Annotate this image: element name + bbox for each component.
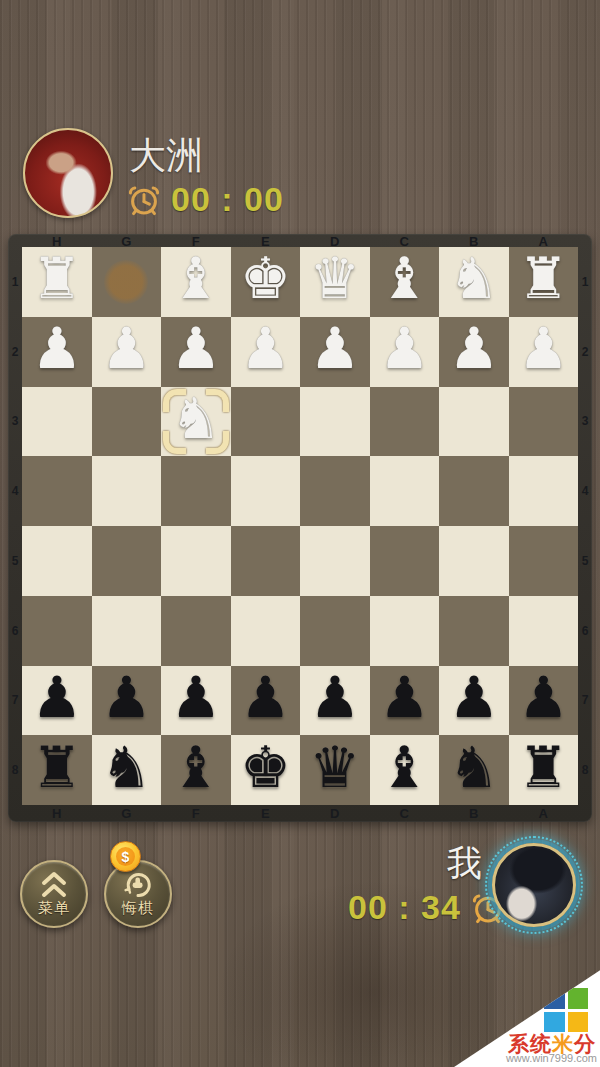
- square-c1[interactable]: ♝: [370, 247, 440, 317]
- black-queen-d8: ♛: [309, 739, 360, 796]
- square-d4[interactable]: [300, 456, 370, 526]
- square-f5[interactable]: [161, 526, 231, 596]
- black-knight-g8: ♞: [101, 739, 152, 796]
- square-d3[interactable]: [300, 387, 370, 457]
- square-f6[interactable]: [161, 596, 231, 666]
- coord-label: 1: [8, 247, 22, 317]
- dollar-icon: $: [116, 847, 135, 866]
- coord-label: 6: [578, 596, 592, 666]
- coord-label: 5: [578, 526, 592, 596]
- square-b4[interactable]: [439, 456, 509, 526]
- square-h8[interactable]: ♜: [22, 735, 92, 805]
- black-pawn-d7: ♟: [309, 669, 360, 726]
- undo-hand-icon: [122, 869, 154, 901]
- white-rook-a1: ♜: [518, 250, 569, 307]
- square-a8[interactable]: ♜: [509, 735, 579, 805]
- square-g5[interactable]: [92, 526, 162, 596]
- coord-label: G: [92, 805, 162, 822]
- square-b7[interactable]: ♟: [439, 666, 509, 736]
- square-c3[interactable]: [370, 387, 440, 457]
- file-labels-bottom: HGFEDCBA: [22, 805, 578, 822]
- square-g3[interactable]: [92, 387, 162, 457]
- square-e5[interactable]: [231, 526, 301, 596]
- coord-label: F: [161, 805, 231, 822]
- coord-label: 2: [8, 317, 22, 387]
- square-h6[interactable]: [22, 596, 92, 666]
- game-screen: 大洲 00 : 00 HGFEDCBA HGFEDCBA 12345678 12…: [0, 0, 600, 1067]
- self-name: 我: [447, 840, 482, 887]
- white-pawn-a2: ♟: [518, 320, 569, 377]
- square-b8[interactable]: ♞: [439, 735, 509, 805]
- coord-label: 3: [8, 387, 22, 457]
- square-e1[interactable]: ♚: [231, 247, 301, 317]
- opponent-clock: 00 : 00: [125, 180, 284, 219]
- square-e4[interactable]: [231, 456, 301, 526]
- square-a5[interactable]: [509, 526, 579, 596]
- self-clock: 00 : 34: [348, 888, 507, 927]
- coord-label: 5: [8, 526, 22, 596]
- coord-label: E: [231, 805, 301, 822]
- square-b5[interactable]: [439, 526, 509, 596]
- white-knight-b1: ♞: [448, 250, 499, 307]
- white-pawn-g2: ♟: [101, 320, 152, 377]
- square-d5[interactable]: [300, 526, 370, 596]
- black-pawn-e7: ♟: [240, 669, 291, 726]
- square-a6[interactable]: [509, 596, 579, 666]
- file-labels-top: HGFEDCBA: [22, 234, 578, 247]
- black-pawn-a7: ♟: [518, 669, 569, 726]
- watermark-url: www.win7999.com: [506, 1052, 597, 1064]
- square-g8[interactable]: ♞: [92, 735, 162, 805]
- square-c4[interactable]: [370, 456, 440, 526]
- white-bishop-c1: ♝: [379, 250, 430, 307]
- square-b3[interactable]: [439, 387, 509, 457]
- coord-label: C: [370, 805, 440, 822]
- selection-corners: [163, 389, 229, 455]
- coord-label: 3: [578, 387, 592, 457]
- square-c5[interactable]: [370, 526, 440, 596]
- square-c2[interactable]: ♟: [370, 317, 440, 387]
- chess-board: HGFEDCBA HGFEDCBA 12345678 12345678 ♜♝♚♛…: [8, 234, 592, 822]
- white-queen-d1: ♛: [309, 250, 360, 307]
- square-c7[interactable]: ♟: [370, 666, 440, 736]
- square-h1[interactable]: ♜: [22, 247, 92, 317]
- board-grid: ♜♝♚♛♝♞♜♟♟♟♟♟♟♟♟♞♟♟♟♟♟♟♟♟♜♞♝♚♛♝♞♜: [22, 247, 578, 805]
- rank-labels-right: 12345678: [578, 247, 592, 805]
- opponent-avatar[interactable]: [23, 128, 113, 218]
- white-pawn-e2: ♟: [240, 320, 291, 377]
- self-time: 00 : 34: [348, 888, 461, 927]
- white-king-e1: ♚: [240, 250, 291, 307]
- white-pawn-f2: ♟: [170, 320, 221, 377]
- square-g1[interactable]: [92, 247, 162, 317]
- white-rook-h1: ♜: [31, 250, 82, 307]
- coord-label: 4: [8, 456, 22, 526]
- black-rook-a8: ♜: [518, 739, 569, 796]
- windows-logo-icon: [544, 988, 588, 1032]
- black-rook-h8: ♜: [31, 739, 82, 796]
- black-pawn-f7: ♟: [170, 669, 221, 726]
- square-h4[interactable]: [22, 456, 92, 526]
- double-chevron-up-icon: [37, 869, 71, 901]
- square-c6[interactable]: [370, 596, 440, 666]
- black-pawn-g7: ♟: [101, 669, 152, 726]
- square-h3[interactable]: [22, 387, 92, 457]
- coord-label: 8: [578, 735, 592, 805]
- square-e3[interactable]: [231, 387, 301, 457]
- square-c8[interactable]: ♝: [370, 735, 440, 805]
- white-knight-f3: ♞: [170, 390, 221, 447]
- black-pawn-c7: ♟: [379, 669, 430, 726]
- square-d2[interactable]: ♟: [300, 317, 370, 387]
- square-d7[interactable]: ♟: [300, 666, 370, 736]
- black-pawn-h7: ♟: [31, 669, 82, 726]
- square-h2[interactable]: ♟: [22, 317, 92, 387]
- opponent-time: 00 : 00: [171, 180, 284, 219]
- square-h5[interactable]: [22, 526, 92, 596]
- square-f1[interactable]: ♝: [161, 247, 231, 317]
- white-pawn-d2: ♟: [309, 320, 360, 377]
- self-avatar[interactable]: [492, 843, 576, 927]
- white-pawn-c2: ♟: [379, 320, 430, 377]
- coord-label: D: [300, 805, 370, 822]
- undo-button-label: 悔棋: [122, 899, 154, 918]
- white-pawn-h2: ♟: [31, 320, 82, 377]
- square-e6[interactable]: [231, 596, 301, 666]
- square-d8[interactable]: ♛: [300, 735, 370, 805]
- square-d6[interactable]: [300, 596, 370, 666]
- menu-button-label: 菜单: [38, 899, 70, 918]
- black-bishop-c8: ♝: [379, 739, 430, 796]
- black-pawn-b7: ♟: [448, 669, 499, 726]
- square-e7[interactable]: ♟: [231, 666, 301, 736]
- coord-label: 7: [578, 666, 592, 736]
- square-f4[interactable]: [161, 456, 231, 526]
- square-b6[interactable]: [439, 596, 509, 666]
- square-a2[interactable]: ♟: [509, 317, 579, 387]
- square-a7[interactable]: ♟: [509, 666, 579, 736]
- opponent-name: 大洲: [129, 131, 203, 181]
- coord-label: A: [509, 805, 579, 822]
- coord-label: H: [22, 805, 92, 822]
- alarm-clock-icon: [125, 181, 163, 219]
- black-bishop-f8: ♝: [170, 739, 221, 796]
- coin-badge: $: [110, 841, 141, 872]
- square-a3[interactable]: [509, 387, 579, 457]
- black-king-e8: ♚: [240, 739, 291, 796]
- coord-label: 4: [578, 456, 592, 526]
- square-f8[interactable]: ♝: [161, 735, 231, 805]
- coord-label: 2: [578, 317, 592, 387]
- black-knight-b8: ♞: [448, 739, 499, 796]
- square-f2[interactable]: ♟: [161, 317, 231, 387]
- white-pawn-b2: ♟: [448, 320, 499, 377]
- coord-label: 1: [578, 247, 592, 317]
- rank-labels-left: 12345678: [8, 247, 22, 805]
- square-a4[interactable]: [509, 456, 579, 526]
- square-a1[interactable]: ♜: [509, 247, 579, 317]
- square-d1[interactable]: ♛: [300, 247, 370, 317]
- square-e8[interactable]: ♚: [231, 735, 301, 805]
- square-b2[interactable]: ♟: [439, 317, 509, 387]
- coord-label: 8: [8, 735, 22, 805]
- last-move-origin-marker: [104, 260, 148, 304]
- watermark: 系统米分 www.win7999.com: [448, 963, 600, 1067]
- square-f7[interactable]: ♟: [161, 666, 231, 736]
- square-g2[interactable]: ♟: [92, 317, 162, 387]
- square-g7[interactable]: ♟: [92, 666, 162, 736]
- square-e2[interactable]: ♟: [231, 317, 301, 387]
- square-g4[interactable]: [92, 456, 162, 526]
- coord-label: 7: [8, 666, 22, 736]
- square-h7[interactable]: ♟: [22, 666, 92, 736]
- coord-label: B: [439, 805, 509, 822]
- coord-label: 6: [8, 596, 22, 666]
- white-bishop-f1: ♝: [170, 250, 221, 307]
- square-b1[interactable]: ♞: [439, 247, 509, 317]
- undo-button[interactable]: 悔棋: [104, 860, 172, 928]
- square-g6[interactable]: [92, 596, 162, 666]
- menu-button[interactable]: 菜单: [20, 860, 88, 928]
- square-f3[interactable]: ♞: [161, 387, 231, 457]
